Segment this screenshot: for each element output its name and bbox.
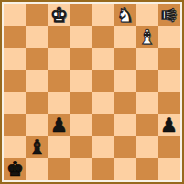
square-g1[interactable] xyxy=(136,158,158,180)
piece-white-bishop[interactable]: ♝ xyxy=(138,26,156,48)
square-d8[interactable] xyxy=(70,4,92,26)
square-b5[interactable] xyxy=(26,70,48,92)
square-c1[interactable] xyxy=(48,158,70,180)
square-g3[interactable] xyxy=(136,114,158,136)
square-d1[interactable] xyxy=(70,158,92,180)
square-f5[interactable] xyxy=(114,70,136,92)
piece-white-knight[interactable]: ♞ xyxy=(116,4,134,26)
square-e8[interactable] xyxy=(92,4,114,26)
square-b6[interactable] xyxy=(26,48,48,70)
chess-board-frame: ♚♞♛♝♟♟♝♚ xyxy=(0,0,184,184)
square-f2[interactable] xyxy=(114,136,136,158)
square-b2[interactable]: ♝ xyxy=(26,136,48,158)
square-a1[interactable]: ♚ xyxy=(4,158,26,180)
square-g8[interactable] xyxy=(136,4,158,26)
square-g5[interactable] xyxy=(136,70,158,92)
square-f1[interactable] xyxy=(114,158,136,180)
square-h8[interactable]: ♛ xyxy=(158,4,180,26)
piece-black-pawn[interactable]: ♟ xyxy=(50,114,68,136)
square-c7[interactable] xyxy=(48,26,70,48)
square-d6[interactable] xyxy=(70,48,92,70)
square-b3[interactable] xyxy=(26,114,48,136)
square-a6[interactable] xyxy=(4,48,26,70)
square-h6[interactable] xyxy=(158,48,180,70)
square-e4[interactable] xyxy=(92,92,114,114)
square-g2[interactable] xyxy=(136,136,158,158)
square-a4[interactable] xyxy=(4,92,26,114)
square-g4[interactable] xyxy=(136,92,158,114)
piece-black-bishop[interactable]: ♝ xyxy=(28,136,46,158)
square-d3[interactable] xyxy=(70,114,92,136)
square-d4[interactable] xyxy=(70,92,92,114)
square-e7[interactable] xyxy=(92,26,114,48)
square-e3[interactable] xyxy=(92,114,114,136)
square-f8[interactable]: ♞ xyxy=(114,4,136,26)
piece-black-pawn[interactable]: ♟ xyxy=(160,114,178,136)
square-e2[interactable] xyxy=(92,136,114,158)
square-h2[interactable] xyxy=(158,136,180,158)
square-c8[interactable]: ♚ xyxy=(48,4,70,26)
square-c4[interactable] xyxy=(48,92,70,114)
square-b4[interactable] xyxy=(26,92,48,114)
square-h1[interactable] xyxy=(158,158,180,180)
square-h4[interactable] xyxy=(158,92,180,114)
square-c5[interactable] xyxy=(48,70,70,92)
square-h7[interactable] xyxy=(158,26,180,48)
square-c3[interactable]: ♟ xyxy=(48,114,70,136)
square-f6[interactable] xyxy=(114,48,136,70)
square-g6[interactable] xyxy=(136,48,158,70)
square-c6[interactable] xyxy=(48,48,70,70)
square-a7[interactable] xyxy=(4,26,26,48)
square-g7[interactable]: ♝ xyxy=(136,26,158,48)
square-b8[interactable] xyxy=(26,4,48,26)
square-h5[interactable] xyxy=(158,70,180,92)
square-a2[interactable] xyxy=(4,136,26,158)
square-a5[interactable] xyxy=(4,70,26,92)
square-e6[interactable] xyxy=(92,48,114,70)
square-c2[interactable] xyxy=(48,136,70,158)
piece-white-queen[interactable]: ♛ xyxy=(158,6,180,24)
square-f4[interactable] xyxy=(114,92,136,114)
square-f3[interactable] xyxy=(114,114,136,136)
square-b7[interactable] xyxy=(26,26,48,48)
square-a3[interactable] xyxy=(4,114,26,136)
piece-white-king[interactable]: ♚ xyxy=(50,4,68,26)
square-d7[interactable] xyxy=(70,26,92,48)
chess-board-inner-border: ♚♞♛♝♟♟♝♚ xyxy=(2,2,182,182)
square-e1[interactable] xyxy=(92,158,114,180)
square-b1[interactable] xyxy=(26,158,48,180)
piece-black-king[interactable]: ♚ xyxy=(6,158,24,180)
square-e5[interactable] xyxy=(92,70,114,92)
square-a8[interactable] xyxy=(4,4,26,26)
square-d5[interactable] xyxy=(70,70,92,92)
square-f7[interactable] xyxy=(114,26,136,48)
square-h3[interactable]: ♟ xyxy=(158,114,180,136)
chess-board: ♚♞♛♝♟♟♝♚ xyxy=(4,4,180,180)
square-d2[interactable] xyxy=(70,136,92,158)
